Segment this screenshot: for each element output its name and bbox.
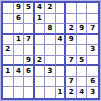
cell-r2c6[interactable] <box>56 14 67 25</box>
cell-r3c2[interactable] <box>14 24 25 35</box>
cell-r4c4[interactable] <box>35 35 46 46</box>
cell-r9c4[interactable] <box>35 87 46 98</box>
cell-r8c2[interactable] <box>14 77 25 88</box>
cell-r2c2[interactable]: 6 <box>14 14 25 25</box>
cell-r3c5[interactable]: 8 <box>45 24 56 35</box>
cell-r8c9[interactable]: 6 <box>87 77 98 88</box>
cell-r3c9[interactable]: 7 <box>87 24 98 35</box>
cell-r5c4[interactable] <box>35 45 46 56</box>
cell-r7c4[interactable] <box>35 66 46 77</box>
cell-r7c6[interactable] <box>56 66 67 77</box>
cell-r4c9[interactable] <box>87 35 98 46</box>
cell-r1c1[interactable] <box>3 3 14 14</box>
cell-r4c8[interactable] <box>77 35 88 46</box>
cell-r2c3[interactable] <box>24 14 35 25</box>
cell-r8c1[interactable] <box>3 77 14 88</box>
cell-r9c5[interactable] <box>45 87 56 98</box>
cell-r8c3[interactable] <box>24 77 35 88</box>
cell-r6c8[interactable]: 5 <box>77 56 88 67</box>
cell-r1c4[interactable]: 4 <box>35 3 46 14</box>
cell-r7c5[interactable]: 3 <box>45 66 56 77</box>
cell-r7c8[interactable] <box>77 66 88 77</box>
cell-r5c8[interactable] <box>77 45 88 56</box>
cell-r4c1[interactable] <box>3 35 14 46</box>
cell-r2c8[interactable] <box>77 14 88 25</box>
cell-r6c7[interactable]: 7 <box>66 56 77 67</box>
sudoku-board: 954261829717492392751463761243 <box>1 1 100 100</box>
cell-r8c6[interactable] <box>56 77 67 88</box>
cell-r4c6[interactable]: 4 <box>56 35 67 46</box>
cell-r9c8[interactable]: 4 <box>77 87 88 98</box>
cell-r1c6[interactable] <box>56 3 67 14</box>
cell-r7c1[interactable]: 1 <box>3 66 14 77</box>
cell-r9c1[interactable] <box>3 87 14 98</box>
cell-r2c1[interactable] <box>3 14 14 25</box>
cell-r8c5[interactable] <box>45 77 56 88</box>
cell-r9c9[interactable]: 3 <box>87 87 98 98</box>
cell-r3c4[interactable] <box>35 24 46 35</box>
cell-r9c6[interactable]: 1 <box>56 87 67 98</box>
cell-r1c8[interactable] <box>77 3 88 14</box>
cell-r2c4[interactable]: 1 <box>35 14 46 25</box>
cell-r8c8[interactable] <box>77 77 88 88</box>
cell-r7c7[interactable] <box>66 66 77 77</box>
cell-r8c4[interactable] <box>35 77 46 88</box>
cell-r5c3[interactable] <box>24 45 35 56</box>
cell-r6c6[interactable] <box>56 56 67 67</box>
cell-r2c7[interactable] <box>66 14 77 25</box>
cell-r4c5[interactable] <box>45 35 56 46</box>
cell-r6c9[interactable] <box>87 56 98 67</box>
cell-r9c2[interactable] <box>14 87 25 98</box>
cell-r4c2[interactable]: 1 <box>14 35 25 46</box>
cell-r3c7[interactable]: 2 <box>66 24 77 35</box>
cell-r1c9[interactable] <box>87 3 98 14</box>
cell-r7c9[interactable] <box>87 66 98 77</box>
cell-r5c1[interactable]: 2 <box>3 45 14 56</box>
cell-r1c3[interactable]: 5 <box>24 3 35 14</box>
cell-r6c2[interactable] <box>14 56 25 67</box>
cell-r4c7[interactable]: 9 <box>66 35 77 46</box>
cell-r5c7[interactable] <box>66 45 77 56</box>
cell-r3c8[interactable]: 9 <box>77 24 88 35</box>
cell-r5c6[interactable] <box>56 45 67 56</box>
cell-r4c3[interactable]: 7 <box>24 35 35 46</box>
cell-r1c2[interactable]: 9 <box>14 3 25 14</box>
cell-r9c7[interactable]: 2 <box>66 87 77 98</box>
cell-r9c3[interactable] <box>24 87 35 98</box>
cell-r7c2[interactable]: 4 <box>14 66 25 77</box>
cell-r5c2[interactable] <box>14 45 25 56</box>
cell-r3c1[interactable] <box>3 24 14 35</box>
cell-r5c5[interactable] <box>45 45 56 56</box>
cell-r6c3[interactable]: 9 <box>24 56 35 67</box>
cell-r6c1[interactable] <box>3 56 14 67</box>
cell-r6c5[interactable] <box>45 56 56 67</box>
cell-r2c9[interactable] <box>87 14 98 25</box>
cell-r1c7[interactable] <box>66 3 77 14</box>
cell-r3c3[interactable] <box>24 24 35 35</box>
cell-r8c7[interactable]: 7 <box>66 77 77 88</box>
cell-r3c6[interactable] <box>56 24 67 35</box>
cell-r6c4[interactable]: 2 <box>35 56 46 67</box>
cell-r1c5[interactable]: 2 <box>45 3 56 14</box>
cell-r5c9[interactable]: 3 <box>87 45 98 56</box>
cell-r2c5[interactable] <box>45 14 56 25</box>
cell-r7c3[interactable]: 6 <box>24 66 35 77</box>
